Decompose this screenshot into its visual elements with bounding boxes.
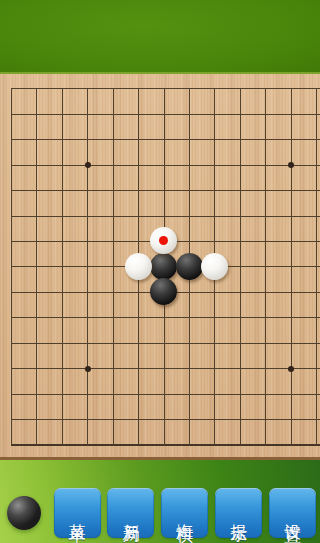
grid-line-horizontal bbox=[11, 139, 320, 140]
top-banner bbox=[0, 0, 320, 74]
grid-line-horizontal bbox=[11, 419, 320, 420]
undo-button[interactable]: 悔棋 bbox=[161, 488, 208, 538]
grid-line-vertical bbox=[87, 88, 88, 445]
grid-line-vertical bbox=[11, 88, 12, 445]
grid-line-horizontal bbox=[11, 190, 320, 191]
grid-line-horizontal bbox=[11, 317, 320, 318]
grid-line-horizontal bbox=[11, 368, 320, 369]
hint-button-label: 提示 bbox=[230, 510, 247, 516]
stone-white bbox=[150, 227, 177, 254]
grid-line-horizontal bbox=[11, 216, 320, 217]
grid-line-vertical bbox=[316, 88, 317, 445]
grid-line-horizontal bbox=[11, 343, 320, 344]
menu-button[interactable]: 菜单 bbox=[54, 488, 101, 538]
undo-button-label: 悔棋 bbox=[176, 510, 193, 516]
settings-button-label: 设置 bbox=[284, 510, 301, 516]
stone-white bbox=[201, 253, 228, 280]
app-screen: 菜单 新局 悔棋 提示 设置 bbox=[0, 0, 320, 543]
grid-line-horizontal bbox=[11, 88, 320, 89]
settings-button[interactable]: 设置 bbox=[269, 488, 316, 538]
grid-line-horizontal bbox=[11, 165, 320, 166]
grid-line-vertical bbox=[240, 88, 241, 445]
grid-line-horizontal bbox=[11, 394, 320, 395]
hint-button[interactable]: 提示 bbox=[215, 488, 262, 538]
toolbar: 菜单 新局 悔棋 提示 设置 bbox=[0, 460, 320, 543]
last-move-marker bbox=[159, 236, 168, 245]
grid-line-vertical bbox=[113, 88, 114, 445]
turn-indicator-black-stone bbox=[7, 496, 41, 530]
grid-line-vertical bbox=[265, 88, 266, 445]
gomoku-board[interactable] bbox=[0, 74, 320, 460]
star-point bbox=[85, 366, 91, 372]
star-point bbox=[288, 366, 294, 372]
new-game-button[interactable]: 新局 bbox=[107, 488, 154, 538]
new-game-button-label: 新局 bbox=[122, 510, 139, 516]
stone-black bbox=[150, 278, 177, 305]
stone-white bbox=[125, 253, 152, 280]
stone-black bbox=[176, 253, 203, 280]
menu-button-label: 菜单 bbox=[69, 510, 86, 516]
star-point bbox=[85, 162, 91, 168]
grid-line-vertical bbox=[36, 88, 37, 445]
grid-line-vertical bbox=[62, 88, 63, 445]
grid-line-horizontal bbox=[11, 444, 320, 446]
stone-black bbox=[150, 253, 177, 280]
grid-line-vertical bbox=[291, 88, 292, 445]
star-point bbox=[288, 162, 294, 168]
grid-line-horizontal bbox=[11, 114, 320, 115]
